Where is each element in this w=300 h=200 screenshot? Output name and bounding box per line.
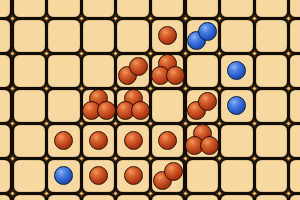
board-cell[interactable] <box>187 0 218 17</box>
board-cell[interactable] <box>152 90 183 122</box>
board-cell[interactable] <box>48 20 79 52</box>
board-cell[interactable] <box>290 55 300 87</box>
board-cell[interactable] <box>152 0 183 17</box>
board-cell[interactable] <box>187 55 218 87</box>
board-cell[interactable] <box>0 90 10 122</box>
board-cell[interactable] <box>221 160 252 192</box>
board-cell[interactable] <box>187 195 218 200</box>
board-cell[interactable] <box>48 0 79 17</box>
board-cell[interactable] <box>221 0 252 17</box>
board-cell[interactable] <box>48 90 79 122</box>
board-cell[interactable] <box>221 125 252 157</box>
board-cell[interactable] <box>290 195 300 200</box>
board-cell[interactable] <box>290 160 300 192</box>
board-cell[interactable] <box>290 125 300 157</box>
board-cell[interactable] <box>187 160 218 192</box>
board-cell[interactable] <box>152 195 183 200</box>
board-cell[interactable] <box>256 90 287 122</box>
board-cell[interactable] <box>256 20 287 52</box>
board-cell[interactable] <box>290 20 300 52</box>
red-orb <box>164 162 183 181</box>
board-cell[interactable] <box>14 55 45 87</box>
board-cell[interactable] <box>117 0 148 17</box>
board-cell[interactable] <box>290 90 300 122</box>
board-cell[interactable] <box>290 0 300 17</box>
board-cell[interactable] <box>256 55 287 87</box>
red-orb <box>129 57 148 76</box>
red-orb <box>124 166 143 185</box>
board-cell[interactable] <box>14 20 45 52</box>
board-cell[interactable] <box>0 20 10 52</box>
board-cell[interactable] <box>221 20 252 52</box>
red-orb <box>198 92 217 111</box>
board-cell[interactable] <box>83 55 114 87</box>
board-cell[interactable] <box>48 55 79 87</box>
board-cell[interactable] <box>14 125 45 157</box>
red-orb <box>97 101 116 120</box>
board-cell[interactable] <box>83 0 114 17</box>
board-cell[interactable] <box>83 20 114 52</box>
red-orb <box>166 66 185 85</box>
board-cell[interactable] <box>117 195 148 200</box>
board-cell[interactable] <box>14 160 45 192</box>
board-cell[interactable] <box>0 160 10 192</box>
board-cell[interactable] <box>256 195 287 200</box>
blue-orb <box>198 22 217 41</box>
board-cell[interactable] <box>14 90 45 122</box>
red-orb <box>124 131 143 150</box>
chain-reaction-board <box>0 0 300 200</box>
board-cell[interactable] <box>0 0 10 17</box>
board-cell[interactable] <box>256 125 287 157</box>
board-cell[interactable] <box>117 20 148 52</box>
board-cell[interactable] <box>48 195 79 200</box>
board-cell[interactable] <box>83 195 114 200</box>
board-cell[interactable] <box>256 0 287 17</box>
board-cell[interactable] <box>221 195 252 200</box>
board-cell[interactable] <box>0 125 10 157</box>
board-cell[interactable] <box>14 0 45 17</box>
board-cell[interactable] <box>0 55 10 87</box>
board-cell[interactable] <box>0 195 10 200</box>
board-cell[interactable] <box>14 195 45 200</box>
board-cell[interactable] <box>256 160 287 192</box>
